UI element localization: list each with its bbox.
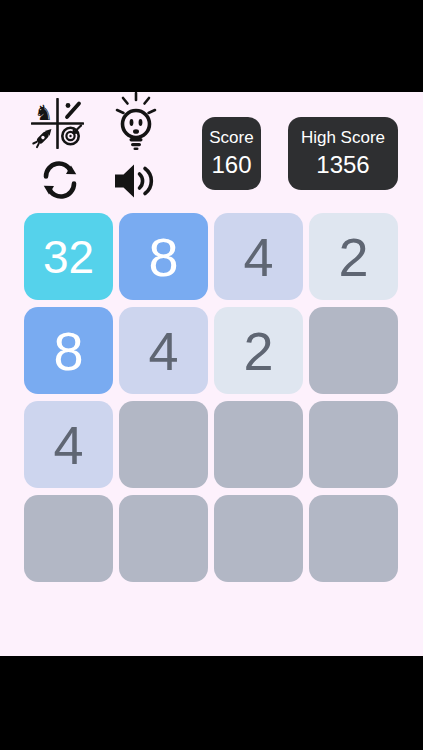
- restart-button[interactable]: [41, 160, 79, 200]
- sound-on-icon: [113, 162, 157, 200]
- hint-button[interactable]: [113, 91, 159, 155]
- tile-r1c3: 4: [214, 213, 303, 300]
- tile-r2c4: [309, 307, 398, 394]
- letterbox-top: [0, 0, 423, 92]
- target-glyph: [62, 126, 81, 145]
- rocket-glyph: [33, 127, 54, 148]
- tile-r2c3: 2: [214, 307, 303, 394]
- tile-r4c4: [309, 495, 398, 582]
- score-box: Score 160: [202, 117, 261, 190]
- letterbox-bottom: [0, 656, 423, 750]
- tile-r1c4: 2: [309, 213, 398, 300]
- sound-button[interactable]: [113, 162, 157, 200]
- restart-icon: [41, 160, 79, 200]
- score-value: 160: [211, 151, 251, 179]
- tile-r4c1: [24, 495, 113, 582]
- hint-bulb-icon: [113, 91, 159, 155]
- high-score-label: High Score: [301, 128, 385, 148]
- high-score-value: 1356: [316, 151, 369, 179]
- tile-r1c1: 32: [24, 213, 113, 300]
- tile-r4c2: [119, 495, 208, 582]
- high-score-box: High Score 1356: [288, 117, 398, 190]
- app-screen: ♞: [0, 0, 423, 750]
- board-grid[interactable]: 328428424: [24, 213, 398, 582]
- games-menu-button[interactable]: ♞: [31, 98, 84, 149]
- tile-r3c3: [214, 401, 303, 488]
- knight-glyph: ♞: [35, 101, 54, 125]
- tile-r1c2: 8: [119, 213, 208, 300]
- tile-r2c1: 8: [24, 307, 113, 394]
- tile-r3c2: [119, 401, 208, 488]
- tile-r3c4: [309, 401, 398, 488]
- games-menu-icon: ♞: [31, 98, 84, 149]
- tile-r2c2: 4: [119, 307, 208, 394]
- tile-r4c3: [214, 495, 303, 582]
- tile-r3c1: 4: [24, 401, 113, 488]
- score-label: Score: [209, 128, 253, 148]
